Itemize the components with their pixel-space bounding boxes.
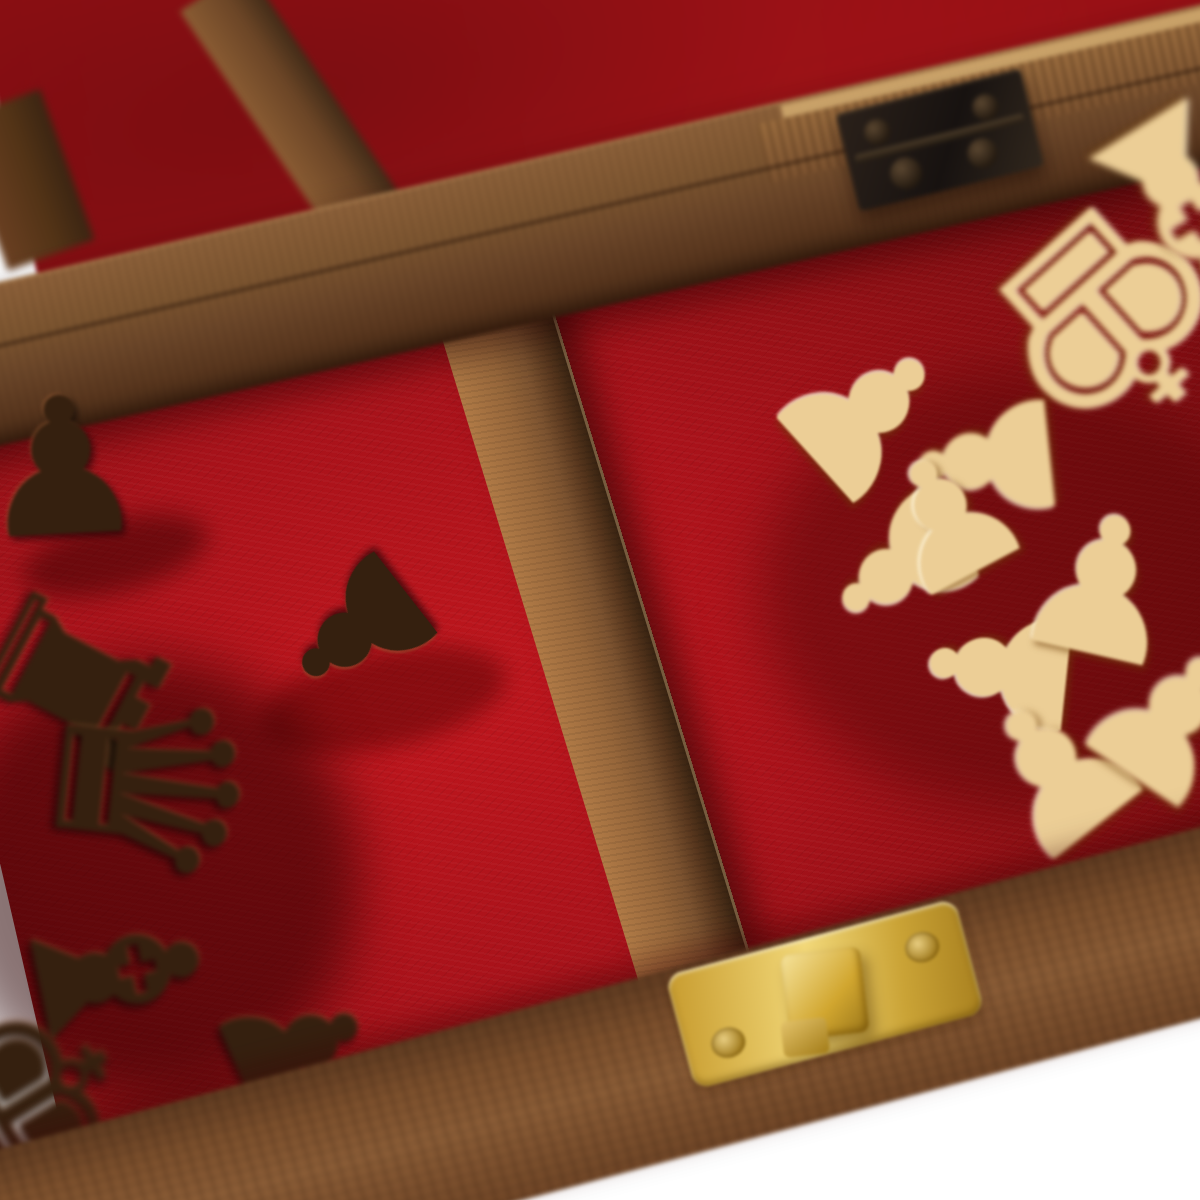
dark-pawn: ♟	[0, 369, 152, 568]
latch-hook	[780, 1016, 830, 1057]
latch-screw	[902, 928, 943, 966]
latch-screw	[708, 1024, 749, 1062]
chess-box-photo: ♟♟♜♛♝♟♚♟♚♟♟♟♟♟♟♝♟	[0, 0, 1200, 1200]
latch-catch	[780, 946, 870, 1041]
